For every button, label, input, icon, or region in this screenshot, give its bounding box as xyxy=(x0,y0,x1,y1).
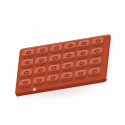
cavity-dimple xyxy=(36,77,42,82)
cavity-dimple xyxy=(78,71,84,76)
cavity-dimple xyxy=(24,60,30,65)
cavity-dimple xyxy=(95,38,101,43)
cavity-dimple xyxy=(64,73,70,78)
cavity xyxy=(62,52,75,62)
cavity xyxy=(60,72,73,82)
cavity xyxy=(34,66,47,76)
product-photo xyxy=(0,0,125,125)
cavity xyxy=(21,59,34,69)
cavity xyxy=(74,69,87,79)
cavity xyxy=(61,62,74,72)
cavity-dimple xyxy=(93,58,99,63)
cavity-dimple xyxy=(52,55,58,60)
cavity-dimple xyxy=(38,57,44,62)
cavity xyxy=(50,44,63,54)
cavity-dimple xyxy=(67,43,73,48)
cavity-dimple xyxy=(39,47,45,52)
cavity xyxy=(63,42,76,52)
cavity xyxy=(22,49,35,59)
cavity-dimple xyxy=(94,48,100,53)
cavity xyxy=(20,69,33,79)
cavity-grid xyxy=(19,37,104,88)
cavity xyxy=(91,37,104,47)
cavity-dimple xyxy=(80,51,86,56)
cavity xyxy=(77,39,90,49)
cavity xyxy=(32,76,45,86)
cavity-dimple xyxy=(65,63,71,68)
cavity xyxy=(47,64,60,74)
hanging-hole xyxy=(33,88,36,91)
cavity xyxy=(35,56,48,66)
cavity-dimple xyxy=(50,75,56,80)
cavity-dimple xyxy=(91,68,97,73)
cavity xyxy=(19,79,32,89)
cavity xyxy=(36,46,49,56)
cavity xyxy=(48,54,61,64)
cavity xyxy=(89,57,102,67)
cavity-dimple xyxy=(79,61,85,66)
cavity-dimple xyxy=(81,41,87,46)
cavity-dimple xyxy=(51,65,57,70)
cavity-dimple xyxy=(37,67,43,72)
cavity xyxy=(76,49,89,59)
cavity-dimple xyxy=(23,70,29,75)
cavity-dimple xyxy=(25,50,31,55)
cavity xyxy=(90,47,103,57)
cavity-dimple xyxy=(22,80,28,85)
cavity-dimple xyxy=(53,45,59,50)
cavity-dimple xyxy=(66,53,72,58)
cavity xyxy=(75,59,88,69)
cavity xyxy=(46,74,59,84)
cavity xyxy=(88,67,101,77)
